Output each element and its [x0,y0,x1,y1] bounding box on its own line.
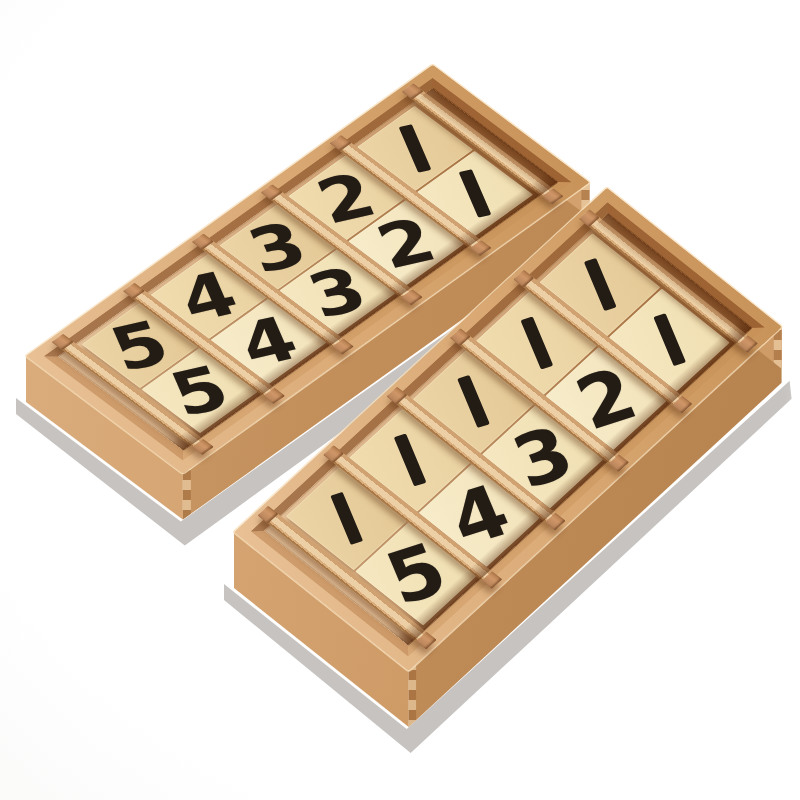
digit-one-bar: 1 [520,317,553,370]
digit-one-bar: 1 [459,169,492,217]
digit-one-bar: 1 [653,314,686,367]
digit-one-bar: 1 [583,258,616,311]
digit-one-bar: 1 [399,124,432,172]
digit-one-bar: 1 [457,375,490,428]
digit-one-bar: 1 [393,434,426,487]
digit-one-bar: 1 [330,492,363,545]
product-photo-stage: 5544332211 1514131211 [0,0,800,800]
